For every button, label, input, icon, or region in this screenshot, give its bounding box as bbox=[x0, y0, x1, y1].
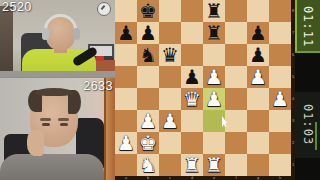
square-d1[interactable]: ♜ bbox=[181, 154, 203, 176]
black-rook-piece: ♜ bbox=[203, 0, 225, 22]
square-b2[interactable]: ♚ bbox=[137, 132, 159, 154]
clock-bottom-player: 01:03 bbox=[295, 92, 320, 158]
square-g2[interactable] bbox=[247, 132, 269, 154]
eyebrow bbox=[58, 118, 69, 121]
active-clock-indicator bbox=[295, 51, 320, 53]
square-f8[interactable] bbox=[225, 0, 247, 22]
black-pawn-piece: ♟ bbox=[137, 22, 159, 44]
square-g1[interactable] bbox=[247, 154, 269, 176]
eye bbox=[42, 123, 50, 126]
square-d8[interactable] bbox=[181, 0, 203, 22]
square-b4[interactable] bbox=[137, 88, 159, 110]
wardrobe bbox=[0, 6, 13, 77]
clock-panel: 01:11 01:03 bbox=[295, 0, 320, 180]
square-f1[interactable] bbox=[225, 154, 247, 176]
square-f3[interactable] bbox=[225, 110, 247, 132]
square-e6[interactable] bbox=[203, 44, 225, 66]
square-h5[interactable] bbox=[269, 66, 291, 88]
square-a1[interactable] bbox=[115, 154, 137, 176]
white-queen-piece: ♛ bbox=[181, 88, 203, 110]
white-pawn-piece: ♟ bbox=[137, 110, 159, 132]
square-h7[interactable] bbox=[269, 22, 291, 44]
square-g7[interactable]: ♟ bbox=[247, 22, 269, 44]
square-e7[interactable]: ♜ bbox=[203, 22, 225, 44]
square-a5[interactable] bbox=[115, 66, 137, 88]
square-a7[interactable]: ♟ bbox=[115, 22, 137, 44]
white-rook-piece: ♜ bbox=[181, 154, 203, 176]
black-pawn-piece: ♟ bbox=[247, 44, 269, 66]
square-h8[interactable] bbox=[269, 0, 291, 22]
square-b3[interactable]: ♟ bbox=[137, 110, 159, 132]
clock-bottom-time: 01:03 bbox=[301, 104, 315, 145]
door-frame bbox=[104, 78, 115, 180]
square-g4[interactable] bbox=[247, 88, 269, 110]
file-label-a: a bbox=[115, 176, 137, 180]
file-label-g: g bbox=[247, 176, 269, 180]
eyebrow bbox=[40, 118, 51, 121]
square-c2[interactable] bbox=[159, 132, 181, 154]
white-pawn-piece: ♟ bbox=[247, 66, 269, 88]
white-rook-piece: ♜ bbox=[203, 154, 225, 176]
player-bottom-hair bbox=[36, 88, 72, 96]
stream-frame: 2520 2633 ♚♜♟♟♜♟♞♛♟♟♟♟♛♟♟♟♟♟♚♞♜♜ 8765432… bbox=[0, 0, 320, 180]
white-knight-piece: ♞ bbox=[137, 154, 159, 176]
board-grid[interactable]: ♚♜♟♟♜♟♞♛♟♟♟♟♛♟♟♟♟♟♚♞♜♜ bbox=[115, 0, 291, 176]
square-e4[interactable]: ♟ bbox=[203, 88, 225, 110]
square-h2[interactable] bbox=[269, 132, 291, 154]
square-h1[interactable] bbox=[269, 154, 291, 176]
square-e5[interactable]: ♟ bbox=[203, 66, 225, 88]
file-label-c: c bbox=[159, 176, 181, 180]
square-e2[interactable] bbox=[203, 132, 225, 154]
file-label-b: b bbox=[137, 176, 159, 180]
square-f5[interactable] bbox=[225, 66, 247, 88]
square-a2[interactable]: ♟ bbox=[115, 132, 137, 154]
square-g3[interactable] bbox=[247, 110, 269, 132]
black-pawn-piece: ♟ bbox=[115, 22, 137, 44]
square-a6[interactable] bbox=[115, 44, 137, 66]
headphones-earcup-left bbox=[42, 28, 49, 40]
clock-accent-bar bbox=[315, 122, 317, 150]
wall-clock bbox=[97, 2, 111, 16]
square-e3[interactable] bbox=[203, 110, 225, 132]
square-h4[interactable]: ♟ bbox=[269, 88, 291, 110]
square-b5[interactable] bbox=[137, 66, 159, 88]
square-f4[interactable] bbox=[225, 88, 247, 110]
square-d2[interactable] bbox=[181, 132, 203, 154]
black-knight-piece: ♞ bbox=[137, 44, 159, 66]
file-label-f: f bbox=[225, 176, 247, 180]
square-a3[interactable] bbox=[115, 110, 137, 132]
square-e8[interactable]: ♜ bbox=[203, 0, 225, 22]
black-pawn-piece: ♟ bbox=[247, 22, 269, 44]
square-b8[interactable]: ♚ bbox=[137, 0, 159, 22]
square-g8[interactable] bbox=[247, 0, 269, 22]
clock-top-time: 01:11 bbox=[301, 6, 315, 47]
square-f7[interactable] bbox=[225, 22, 247, 44]
square-d3[interactable] bbox=[181, 110, 203, 132]
black-rook-piece: ♜ bbox=[203, 22, 225, 44]
webcam-top-player: 2520 bbox=[0, 0, 115, 77]
square-g5[interactable]: ♟ bbox=[247, 66, 269, 88]
rating-bottom-player: 2633 bbox=[83, 79, 113, 93]
square-c4[interactable] bbox=[159, 88, 181, 110]
file-label-e: e bbox=[203, 176, 225, 180]
square-c5[interactable] bbox=[159, 66, 181, 88]
clock-top-player: 01:11 bbox=[295, 0, 320, 53]
square-c1[interactable] bbox=[159, 154, 181, 176]
headphones-earcup-right bbox=[73, 28, 80, 40]
square-b1[interactable]: ♞ bbox=[137, 154, 159, 176]
file-label-h: h bbox=[269, 176, 291, 180]
square-b6[interactable]: ♞ bbox=[137, 44, 159, 66]
player-bottom-shirt bbox=[0, 154, 104, 180]
square-h3[interactable] bbox=[269, 110, 291, 132]
chess-board[interactable]: ♚♜♟♟♜♟♞♛♟♟♟♟♛♟♟♟♟♟♚♞♜♜ 87654321 abcdefgh bbox=[115, 0, 295, 180]
white-pawn-piece: ♟ bbox=[203, 66, 225, 88]
square-a4[interactable] bbox=[115, 88, 137, 110]
square-d4[interactable]: ♛ bbox=[181, 88, 203, 110]
white-pawn-piece: ♟ bbox=[269, 88, 291, 110]
square-e1[interactable]: ♜ bbox=[203, 154, 225, 176]
square-d6[interactable] bbox=[181, 44, 203, 66]
headphones-band bbox=[44, 14, 77, 30]
square-b7[interactable]: ♟ bbox=[137, 22, 159, 44]
square-c6[interactable]: ♛ bbox=[159, 44, 181, 66]
square-c3[interactable]: ♟ bbox=[159, 110, 181, 132]
webcam-bottom-player: 2633 bbox=[0, 77, 115, 180]
white-king-piece: ♚ bbox=[137, 132, 159, 154]
eye bbox=[60, 123, 68, 126]
active-clock-indicator bbox=[295, 0, 297, 53]
player-bottom-hand bbox=[27, 130, 44, 156]
black-queen-piece: ♛ bbox=[159, 44, 181, 66]
square-h6[interactable] bbox=[269, 44, 291, 66]
square-c7[interactable] bbox=[159, 22, 181, 44]
desk-object bbox=[96, 56, 104, 61]
square-d5[interactable]: ♟ bbox=[181, 66, 203, 88]
white-pawn-piece: ♟ bbox=[203, 88, 225, 110]
black-king-piece: ♚ bbox=[137, 0, 159, 22]
square-a8[interactable] bbox=[115, 0, 137, 22]
rating-top-player: 2520 bbox=[2, 0, 32, 14]
file-coordinates: abcdefgh bbox=[115, 176, 295, 180]
white-pawn-piece: ♟ bbox=[159, 110, 181, 132]
white-pawn-piece: ♟ bbox=[115, 132, 137, 154]
square-f2[interactable] bbox=[225, 132, 247, 154]
square-f6[interactable] bbox=[225, 44, 247, 66]
black-pawn-piece: ♟ bbox=[181, 66, 203, 88]
square-g6[interactable]: ♟ bbox=[247, 44, 269, 66]
square-c8[interactable] bbox=[159, 0, 181, 22]
file-label-d: d bbox=[181, 176, 203, 180]
square-d7[interactable] bbox=[181, 22, 203, 44]
